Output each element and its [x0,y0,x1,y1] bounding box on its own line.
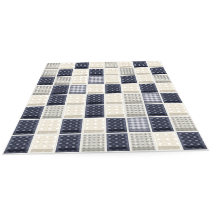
tile-r5c7 [142,93,163,104]
tile-r7c5 [106,118,128,133]
tile-r5c6 [123,93,143,104]
tile-r6c2 [41,106,64,119]
tile-r7c3 [59,119,82,134]
tile-r3c4 [88,76,104,84]
tile-r3c2 [54,77,72,85]
tile-r8c3 [55,134,81,152]
tile-r5c5 [105,94,123,105]
tile-r6c3 [63,106,84,119]
tile-r1c4 [89,62,103,68]
tile-r3c5 [105,76,121,84]
tile-r3c1 [37,77,56,85]
mosaic-board [2,61,209,155]
tile-r6c5 [105,105,125,118]
tile-r1c2 [59,63,74,70]
tile-r6c4 [84,105,104,118]
tile-r1c7 [133,61,149,67]
tile-r1c1 [44,63,60,70]
tile-r8c6 [130,133,157,151]
tile-r4c1 [32,85,52,95]
tile-r5c2 [46,95,67,106]
tile-r4c8 [156,83,177,92]
tile-r2c2 [57,69,73,76]
tile-r2c8 [149,67,167,74]
tile-r7c8 [170,117,198,132]
tile-r5c1 [26,95,48,106]
tile-r4c5 [105,84,122,93]
tile-r2c3 [73,69,89,76]
tile-r4c7 [139,83,158,92]
tile-r1c6 [118,61,133,67]
tile-r8c2 [29,135,57,153]
tile-r8c5 [106,133,130,151]
tile-r2c4 [89,69,104,76]
tile-r5c4 [86,94,104,105]
tile-r4c6 [122,84,140,93]
tile-r2c7 [134,68,151,75]
tile-r6c8 [165,104,190,117]
tile-r8c4 [81,134,105,152]
mosaic-sheet-photo [0,0,210,210]
tile-r1c3 [74,62,89,68]
tile-r8c8 [177,132,208,150]
tile-r3c8 [153,75,172,83]
tile-r3c3 [71,76,88,84]
tile-r5c3 [66,94,85,105]
tile-r3c7 [137,75,155,83]
tile-r2c5 [104,68,119,75]
tile-r7c6 [127,117,151,132]
tile-r7c4 [83,118,105,133]
tile-r2c6 [119,68,135,75]
tile-r6c6 [125,104,147,117]
tile-r3c6 [121,75,138,83]
tile-r4c4 [87,84,104,93]
tile-r2c1 [41,70,58,77]
tile-r5c8 [160,93,183,104]
tile-r4c2 [50,85,69,94]
tile-r4c3 [68,85,86,94]
tile-r7c2 [36,119,61,134]
tile-r1c8 [147,61,163,67]
tile-r1c5 [104,62,118,68]
